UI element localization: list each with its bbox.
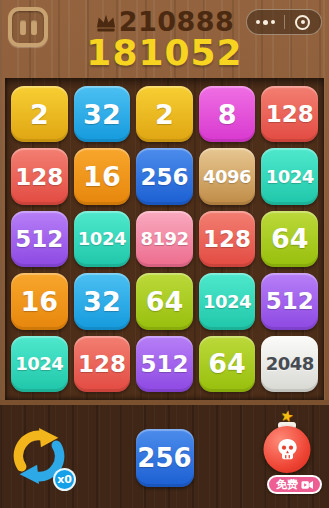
tile[interactable]: 512 [261, 273, 318, 329]
free-claim-button[interactable]: 免费 [267, 475, 322, 494]
tile[interactable]: 8192 [136, 211, 193, 267]
tile[interactable]: 1024 [74, 211, 131, 267]
tile[interactable]: 8 [199, 86, 256, 142]
free-claim-label: 免费 [276, 479, 298, 490]
tile-grid: 2 32 2 8 128 128 16 256 4096 1024 512 10… [11, 86, 318, 392]
tile[interactable]: 64 [261, 211, 318, 267]
tile[interactable]: 2 [11, 86, 68, 142]
bomb-item-button[interactable]: ★ [259, 411, 315, 473]
tile[interactable]: 1024 [11, 336, 68, 392]
tile[interactable]: 128 [74, 336, 131, 392]
game-screen: { "game": "2048-style number merge puzzl… [0, 0, 329, 508]
swap-count-badge: x0 [53, 468, 76, 491]
skull-icon [276, 438, 298, 462]
tile[interactable]: 128 [11, 148, 68, 204]
video-ad-icon [301, 480, 313, 490]
tile[interactable]: 128 [261, 86, 318, 142]
bomb-icon [264, 426, 311, 473]
tile[interactable]: 1024 [261, 148, 318, 204]
next-tile-preview: 256 [136, 429, 194, 487]
exit-button[interactable] [285, 10, 322, 34]
tile[interactable]: 64 [199, 336, 256, 392]
capsule-circle-icon [295, 15, 310, 30]
tile[interactable]: 256 [136, 148, 193, 204]
tile[interactable]: 512 [11, 211, 68, 267]
more-dots-icon [263, 20, 268, 25]
tile[interactable]: 2 [136, 86, 193, 142]
bottom-bar: x0 256 ★ 免费 [0, 400, 329, 508]
more-dots-icon [271, 20, 275, 24]
tile[interactable]: 16 [11, 273, 68, 329]
tile[interactable]: 4096 [199, 148, 256, 204]
tile[interactable]: 64 [136, 273, 193, 329]
game-board: 2 32 2 8 128 128 16 256 4096 1024 512 10… [5, 78, 324, 400]
crown-icon [95, 13, 117, 33]
tile[interactable]: 16 [74, 148, 131, 204]
swap-button[interactable]: x0 [10, 427, 72, 489]
more-dots-icon [256, 20, 260, 24]
tile[interactable]: 512 [136, 336, 193, 392]
tile[interactable]: 1024 [199, 273, 256, 329]
more-button[interactable] [247, 10, 284, 34]
tile[interactable]: 32 [74, 273, 131, 329]
tile[interactable]: 2048 [261, 336, 318, 392]
tile[interactable]: 32 [74, 86, 131, 142]
tile[interactable]: 128 [199, 211, 256, 267]
current-score: 181052 [0, 32, 329, 73]
